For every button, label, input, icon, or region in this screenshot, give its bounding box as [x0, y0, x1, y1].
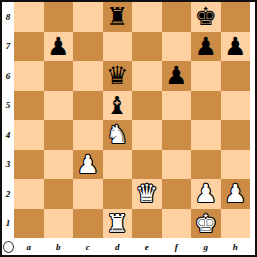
bottom-bar: abcdefgh — [2, 238, 255, 255]
square-g1[interactable]: ♚ — [191, 209, 221, 239]
square-h4[interactable] — [221, 120, 251, 150]
file-label-f: f — [162, 242, 192, 252]
square-h2[interactable]: ♟ — [221, 179, 251, 209]
square-c6[interactable] — [73, 61, 103, 91]
square-h1[interactable] — [221, 209, 251, 239]
square-d5[interactable]: ♝ — [103, 91, 133, 121]
rank-label-2: 2 — [2, 179, 14, 209]
square-h8[interactable] — [221, 2, 251, 32]
square-a8[interactable] — [14, 2, 44, 32]
square-e2[interactable]: ♛ — [132, 179, 162, 209]
white-pawn-h2[interactable]: ♟ — [224, 179, 246, 208]
square-e6[interactable] — [132, 61, 162, 91]
square-c2[interactable] — [73, 179, 103, 209]
square-a7[interactable] — [14, 32, 44, 62]
square-g2[interactable]: ♟ — [191, 179, 221, 209]
square-b7[interactable]: ♟ — [44, 32, 74, 62]
file-label-d: d — [103, 242, 133, 252]
square-c1[interactable] — [73, 209, 103, 239]
square-e8[interactable] — [132, 2, 162, 32]
rank-label-6: 6 — [2, 61, 14, 91]
black-bishop-d5[interactable]: ♝ — [106, 91, 128, 120]
black-pawn-h7[interactable]: ♟ — [224, 32, 246, 61]
file-label-h: h — [221, 242, 251, 252]
black-king-g8[interactable]: ♚ — [195, 2, 217, 31]
white-to-move-indicator-icon — [3, 241, 14, 253]
white-queen-e2[interactable]: ♛ — [136, 179, 158, 208]
file-label-e: e — [132, 242, 162, 252]
square-h5[interactable] — [221, 91, 251, 121]
file-label-b: b — [44, 242, 74, 252]
rank-labels: 87654321 — [2, 2, 14, 238]
square-d3[interactable] — [103, 150, 133, 180]
black-pawn-f6[interactable]: ♟ — [165, 61, 187, 90]
square-d8[interactable]: ♜ — [103, 2, 133, 32]
file-labels: abcdefgh — [14, 242, 250, 252]
file-label-c: c — [73, 242, 103, 252]
square-g8[interactable]: ♚ — [191, 2, 221, 32]
square-f1[interactable] — [162, 209, 192, 239]
square-c8[interactable] — [73, 2, 103, 32]
square-b1[interactable] — [44, 209, 74, 239]
white-rook-d1[interactable]: ♜ — [106, 209, 128, 238]
square-b3[interactable] — [44, 150, 74, 180]
square-a5[interactable] — [14, 91, 44, 121]
square-b2[interactable] — [44, 179, 74, 209]
square-c7[interactable] — [73, 32, 103, 62]
square-c4[interactable] — [73, 120, 103, 150]
square-f2[interactable] — [162, 179, 192, 209]
square-d7[interactable] — [103, 32, 133, 62]
white-knight-d4[interactable]: ♞ — [106, 120, 128, 149]
square-d2[interactable] — [103, 179, 133, 209]
square-f6[interactable]: ♟ — [162, 61, 192, 91]
black-pawn-b7[interactable]: ♟ — [47, 32, 69, 61]
square-c5[interactable] — [73, 91, 103, 121]
file-label-g: g — [191, 242, 221, 252]
square-b4[interactable] — [44, 120, 74, 150]
square-a6[interactable] — [14, 61, 44, 91]
rank-label-4: 4 — [2, 120, 14, 150]
black-pawn-g7[interactable]: ♟ — [195, 32, 217, 61]
board-area: 87654321 ♜♚♟♟♟♛♟♝♞♟♛♟♟♜♚ — [2, 2, 255, 238]
square-e1[interactable] — [132, 209, 162, 239]
chess-diagram: 87654321 ♜♚♟♟♟♛♟♝♞♟♛♟♟♜♚ abcdefgh — [0, 0, 257, 257]
rank-label-1: 1 — [2, 209, 14, 239]
square-h7[interactable]: ♟ — [221, 32, 251, 62]
rank-label-8: 8 — [2, 2, 14, 32]
rank-label-5: 5 — [2, 91, 14, 121]
square-c3[interactable]: ♟ — [73, 150, 103, 180]
file-label-a: a — [14, 242, 44, 252]
white-pawn-c3[interactable]: ♟ — [77, 150, 99, 179]
square-e7[interactable] — [132, 32, 162, 62]
turn-indicator-slot — [2, 241, 14, 253]
square-f7[interactable] — [162, 32, 192, 62]
white-king-g1[interactable]: ♚ — [195, 209, 217, 238]
square-a1[interactable] — [14, 209, 44, 239]
square-a4[interactable] — [14, 120, 44, 150]
white-pawn-g2[interactable]: ♟ — [195, 179, 217, 208]
square-f3[interactable] — [162, 150, 192, 180]
square-d1[interactable]: ♜ — [103, 209, 133, 239]
square-g7[interactable]: ♟ — [191, 32, 221, 62]
square-d6[interactable]: ♛ — [103, 61, 133, 91]
square-g5[interactable] — [191, 91, 221, 121]
black-queen-d6[interactable]: ♛ — [106, 61, 128, 90]
square-a3[interactable] — [14, 150, 44, 180]
black-rook-d8[interactable]: ♜ — [106, 2, 128, 31]
square-b6[interactable] — [44, 61, 74, 91]
square-g3[interactable] — [191, 150, 221, 180]
rank-label-3: 3 — [2, 150, 14, 180]
square-g6[interactable] — [191, 61, 221, 91]
square-e3[interactable] — [132, 150, 162, 180]
rank-label-7: 7 — [2, 32, 14, 62]
square-f5[interactable] — [162, 91, 192, 121]
square-e5[interactable] — [132, 91, 162, 121]
square-d4[interactable]: ♞ — [103, 120, 133, 150]
square-b8[interactable] — [44, 2, 74, 32]
square-g4[interactable] — [191, 120, 221, 150]
square-h3[interactable] — [221, 150, 251, 180]
chess-board[interactable]: ♜♚♟♟♟♛♟♝♞♟♛♟♟♜♚ — [14, 2, 250, 238]
square-h6[interactable] — [221, 61, 251, 91]
square-f4[interactable] — [162, 120, 192, 150]
square-a2[interactable] — [14, 179, 44, 209]
square-e4[interactable] — [132, 120, 162, 150]
square-b5[interactable] — [44, 91, 74, 121]
square-f8[interactable] — [162, 2, 192, 32]
